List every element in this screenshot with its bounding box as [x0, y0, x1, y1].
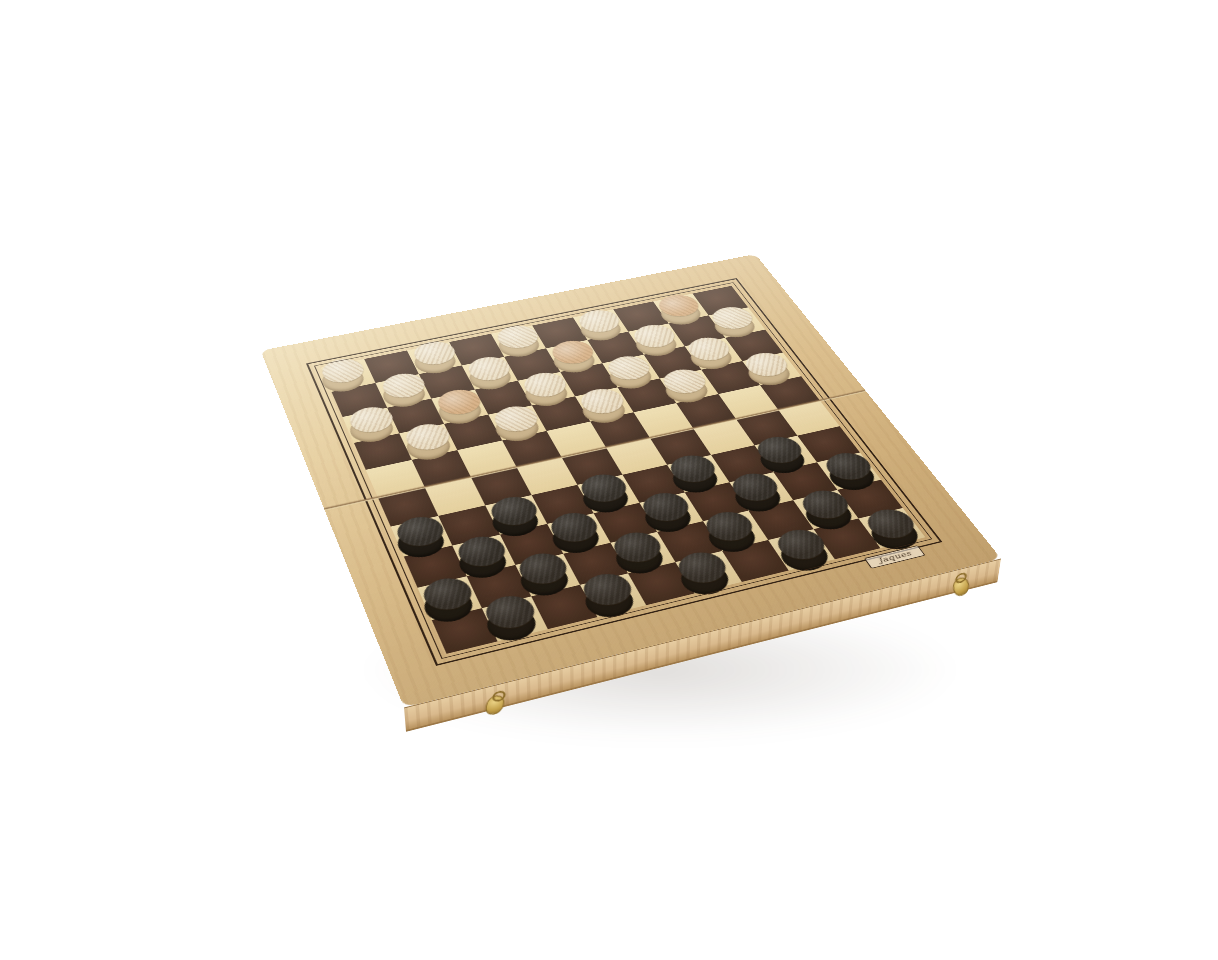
piece-side [392, 524, 449, 561]
piece-side [577, 481, 634, 516]
light-square [702, 510, 767, 550]
dark-square [710, 445, 772, 482]
piece-side [453, 543, 511, 581]
light-square [816, 452, 880, 489]
black-piece [636, 489, 694, 525]
black-piece [725, 470, 783, 505]
black-piece [770, 526, 831, 564]
piece-top [392, 513, 448, 550]
light-square [481, 596, 547, 641]
piece-top [452, 532, 510, 570]
piece-side [822, 459, 881, 493]
piece-top [418, 574, 477, 614]
light-square [365, 460, 424, 498]
piece-side [728, 480, 787, 515]
piece-side [798, 497, 858, 533]
piece-top [480, 591, 540, 632]
piece-top [636, 489, 694, 525]
light-square [485, 495, 547, 535]
piece-top [575, 471, 632, 506]
black-piece [795, 486, 855, 522]
light-square [610, 532, 675, 573]
black-piece [577, 569, 637, 609]
piece-side [666, 462, 723, 497]
piece-top [671, 548, 732, 587]
piece-top [770, 526, 831, 564]
black-piece [452, 532, 510, 570]
clasp-hook-icon [491, 691, 507, 702]
light-square [390, 516, 452, 557]
piece-side [514, 560, 573, 599]
black-piece [607, 528, 666, 566]
brass-clasp-right [951, 574, 971, 598]
product-photo-stage: Jaques [0, 0, 1218, 960]
black-piece [485, 493, 541, 529]
dark-square [773, 462, 837, 500]
piece-top [819, 449, 877, 483]
dark-square [531, 485, 593, 524]
light-square [452, 534, 515, 576]
piece-side [702, 519, 762, 556]
dark-square [531, 585, 597, 629]
clasp-hook-icon [954, 571, 968, 585]
dark-square [684, 482, 748, 521]
piece-top [664, 452, 721, 486]
dark-square [627, 562, 693, 605]
light-square [546, 513, 609, 553]
dark-square [622, 465, 684, 503]
light-square [577, 475, 639, 514]
black-piece [480, 591, 540, 632]
piece-top [860, 505, 921, 542]
light-square [666, 455, 728, 493]
dark-square [499, 524, 562, 565]
light-square [515, 554, 580, 597]
dark-square [656, 521, 721, 562]
dark-square [721, 540, 788, 582]
black-piece [418, 574, 477, 614]
piece-top [545, 509, 603, 546]
black-piece [671, 548, 732, 587]
piece-top [795, 486, 855, 522]
light-square [639, 492, 703, 531]
piece-side [546, 520, 604, 557]
black-piece [860, 505, 921, 542]
light-square [729, 472, 793, 510]
piece-side [638, 499, 696, 535]
dark-square [813, 518, 880, 559]
black-piece [819, 449, 877, 483]
black-piece [699, 508, 758, 545]
dark-square [837, 480, 902, 519]
piece-side [418, 586, 477, 626]
black-piece [545, 509, 603, 546]
piece-top [725, 470, 783, 505]
dark-square [403, 545, 466, 587]
piece-top [577, 569, 637, 609]
light-square [417, 576, 481, 620]
light-square [858, 508, 925, 548]
piece-top [485, 493, 541, 529]
piece-top [513, 549, 572, 588]
piece-top [699, 508, 758, 545]
dark-square [593, 503, 656, 543]
piece-side [578, 581, 639, 621]
piece-side [773, 537, 834, 575]
light-square [793, 490, 858, 529]
light-square [579, 573, 645, 617]
piece-side [753, 443, 810, 477]
black-piece [575, 471, 632, 506]
dark-square [466, 565, 530, 608]
piece-side [486, 503, 543, 540]
light-square [767, 529, 834, 570]
dark-square [438, 505, 500, 545]
dark-square [431, 608, 497, 654]
black-piece [513, 549, 572, 588]
dark-square [748, 500, 813, 540]
black-piece [664, 452, 721, 486]
dark-square [563, 543, 628, 585]
light-square [675, 551, 741, 593]
piece-side [481, 603, 541, 644]
piece-top [607, 528, 666, 566]
black-piece [392, 513, 448, 550]
piece-side [609, 539, 669, 577]
light-square [424, 477, 484, 516]
piece-side [674, 559, 735, 598]
